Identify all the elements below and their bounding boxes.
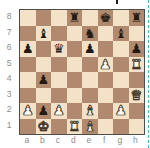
square-f5[interactable]: ♟	[98, 57, 114, 73]
square-e8[interactable]	[82, 10, 98, 26]
square-h8[interactable]: ♜	[129, 10, 145, 26]
black-pawn-e6: ♟	[84, 41, 96, 56]
black-rook-h8: ♜	[130, 10, 142, 25]
square-d6[interactable]	[67, 41, 83, 57]
square-d8[interactable]: ♜	[67, 10, 83, 26]
rank-label-3: 3	[2, 87, 16, 103]
white-bishop-e2: ♝	[84, 103, 96, 118]
dashed-selection-border	[148, 0, 149, 148]
square-b2[interactable]: ♟	[36, 103, 52, 119]
square-b3[interactable]	[36, 88, 52, 104]
file-label-f: f	[97, 135, 113, 147]
rank-label-7: 7	[2, 25, 16, 41]
square-h2[interactable]	[129, 103, 145, 119]
file-labels: abcdefgh	[19, 135, 143, 147]
square-d1[interactable]: ♜	[67, 119, 83, 135]
black-pawn-h6: ♟	[130, 41, 142, 56]
square-e4[interactable]	[82, 72, 98, 88]
white-rook-d1: ♜	[68, 119, 80, 134]
square-c5[interactable]	[51, 57, 67, 73]
square-g6[interactable]	[113, 41, 129, 57]
square-a1[interactable]	[20, 119, 36, 135]
square-h6[interactable]: ♟	[129, 41, 145, 57]
square-d2[interactable]	[67, 103, 83, 119]
file-label-d: d	[66, 135, 82, 147]
black-knight-e7: ♞	[84, 26, 96, 41]
square-c6[interactable]: ♛	[51, 41, 67, 57]
black-pawn-a6: ♟	[22, 41, 34, 56]
square-c1[interactable]	[51, 119, 67, 135]
square-c7[interactable]	[51, 26, 67, 42]
black-rook-d8: ♜	[68, 10, 80, 25]
square-f2[interactable]	[98, 103, 114, 119]
file-label-b: b	[35, 135, 51, 147]
square-f1[interactable]	[98, 119, 114, 135]
square-b1[interactable]: ♚	[36, 119, 52, 135]
square-f7[interactable]	[98, 26, 114, 42]
square-b6[interactable]	[36, 41, 52, 57]
square-h5[interactable]: ♜	[129, 57, 145, 73]
white-pawn-a2: ♟	[22, 103, 34, 118]
square-h4[interactable]	[129, 72, 145, 88]
white-king-b1: ♚	[37, 119, 49, 134]
file-label-a: a	[19, 135, 35, 147]
white-rook-h5: ♜	[130, 57, 142, 72]
rank-label-2: 2	[2, 102, 16, 118]
square-a2[interactable]: ♟	[20, 103, 36, 119]
rank-label-1: 1	[2, 118, 16, 134]
square-b5[interactable]	[36, 57, 52, 73]
square-c3[interactable]	[51, 88, 67, 104]
square-b7[interactable]: ♝	[36, 26, 52, 42]
white-bishop-e1: ♝	[84, 119, 96, 134]
square-g5[interactable]	[113, 57, 129, 73]
square-d3[interactable]	[67, 88, 83, 104]
square-a3[interactable]	[20, 88, 36, 104]
square-g1[interactable]	[113, 119, 129, 135]
square-a6[interactable]: ♟	[20, 41, 36, 57]
square-d4[interactable]	[67, 72, 83, 88]
rank-label-5: 5	[2, 56, 16, 72]
square-a4[interactable]	[20, 72, 36, 88]
square-b4[interactable]: ♟	[36, 72, 52, 88]
cropped-ui-tick	[116, 0, 118, 4]
black-king-f8: ♚	[99, 10, 111, 25]
file-label-g: g	[112, 135, 128, 147]
square-h3[interactable]: ♛	[129, 88, 145, 104]
square-e7[interactable]: ♞	[82, 26, 98, 42]
square-f6[interactable]	[98, 41, 114, 57]
square-c2[interactable]: ♟	[51, 103, 67, 119]
file-label-h: h	[128, 135, 144, 147]
chess-diagram: 87654321 ♜♚♜♝♞♝♟♛♟♟♟♜♟♛♟♟♟♝♟♚♜♝ abcdefgh	[0, 0, 150, 148]
square-g3[interactable]	[113, 88, 129, 104]
square-a5[interactable]	[20, 57, 36, 73]
square-g2[interactable]: ♟	[113, 103, 129, 119]
rank-labels: 87654321	[2, 9, 16, 133]
square-f3[interactable]	[98, 88, 114, 104]
square-b8[interactable]	[36, 10, 52, 26]
square-g8[interactable]	[113, 10, 129, 26]
square-e1[interactable]: ♝	[82, 119, 98, 135]
rank-label-8: 8	[2, 9, 16, 25]
rank-label-4: 4	[2, 71, 16, 87]
chess-board: ♜♚♜♝♞♝♟♛♟♟♟♜♟♛♟♟♟♝♟♚♜♝	[19, 9, 145, 135]
black-pawn-b2: ♟	[37, 103, 49, 118]
rank-label-6: 6	[2, 40, 16, 56]
file-label-e: e	[81, 135, 97, 147]
square-h1[interactable]	[129, 119, 145, 135]
square-e2[interactable]: ♝	[82, 103, 98, 119]
square-e5[interactable]	[82, 57, 98, 73]
square-a7[interactable]	[20, 26, 36, 42]
square-d5[interactable]	[67, 57, 83, 73]
square-g4[interactable]	[113, 72, 129, 88]
black-pawn-b4: ♟	[37, 72, 49, 87]
square-e3[interactable]	[82, 88, 98, 104]
square-g7[interactable]: ♝	[113, 26, 129, 42]
square-f4[interactable]	[98, 72, 114, 88]
black-bishop-b7: ♝	[37, 26, 49, 41]
black-bishop-g7: ♝	[115, 26, 127, 41]
square-e6[interactable]: ♟	[82, 41, 98, 57]
square-d7[interactable]	[67, 26, 83, 42]
square-a8[interactable]	[20, 10, 36, 26]
square-h7[interactable]	[129, 26, 145, 42]
black-queen-c6: ♛	[53, 41, 65, 56]
square-f8[interactable]: ♚	[98, 10, 114, 26]
white-queen-h3: ♛	[130, 88, 142, 103]
file-label-c: c	[50, 135, 66, 147]
white-pawn-f5: ♟	[99, 57, 111, 72]
square-c8[interactable]	[51, 10, 67, 26]
white-pawn-c2: ♟	[53, 103, 65, 118]
square-c4[interactable]	[51, 72, 67, 88]
white-pawn-g2: ♟	[115, 103, 127, 118]
